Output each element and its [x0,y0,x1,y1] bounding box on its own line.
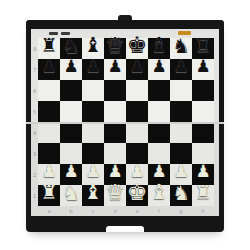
square-a3 [38,143,60,164]
square-e6 [126,80,148,101]
black-pawn-piece: ♟ [38,56,60,77]
square-g1: ♞ [170,185,192,206]
square-d7: ♟ [104,59,126,80]
file-label-g: g [170,206,192,216]
square-d1: ♛ [104,185,126,206]
file-label-c: c [82,206,104,216]
square-h6 [192,80,214,101]
square-a7: ♟ [38,59,60,80]
file-label-e: e [126,206,148,216]
square-g3 [170,143,192,164]
rank-label-8: 8 [31,38,38,59]
square-a2: ♟ [38,164,60,185]
black-king-piece: ♚ [126,35,148,56]
brand-mark-icon [49,32,70,35]
square-a4 [38,122,60,143]
black-pawn-piece: ♟ [192,56,214,77]
square-c6 [82,80,104,101]
square-f6 [148,80,170,101]
square-b3 [60,143,82,164]
black-rook-piece: ♜ [192,35,214,56]
rank-label-2: 2 [31,164,38,185]
square-g5 [170,101,192,122]
black-knight-piece: ♞ [170,35,192,56]
black-pawn-piece: ♟ [82,56,104,77]
square-h7: ♟ [192,59,214,80]
white-pawn-piece: ♟ [192,161,214,182]
black-bishop-piece: ♝ [148,35,170,56]
square-d5 [104,101,126,122]
square-g2: ♟ [170,164,192,185]
square-b2: ♟ [60,164,82,185]
white-queen-piece: ♛ [104,182,126,203]
square-c8: ♝ [82,38,104,59]
square-g4 [170,122,192,143]
square-d8: ♛ [104,38,126,59]
square-c4 [82,122,104,143]
chess-set: 87654321 ♜♞♝♛♚♝♞♜♟♟♟♟♟♟♟♟♟♟♟♟♟♟♟♟♜♞♝♛♚♝♞… [26,20,224,232]
square-h8: ♜ [192,38,214,59]
square-b6 [60,80,82,101]
white-rook-piece: ♜ [38,182,60,203]
white-pawn-piece: ♟ [104,161,126,182]
white-pawn-piece: ♟ [60,161,82,182]
square-b8: ♞ [60,38,82,59]
black-pawn-piece: ♟ [126,56,148,77]
board-face: 87654321 ♜♞♝♛♚♝♞♜♟♟♟♟♟♟♟♟♟♟♟♟♟♟♟♟♜♞♝♛♚♝♞… [26,29,224,216]
black-pawn-piece: ♟ [104,56,126,77]
rank-label-3: 3 [31,143,38,164]
square-f2: ♟ [148,164,170,185]
white-pawn-piece: ♟ [82,161,104,182]
rank-label-4: 4 [31,122,38,143]
square-a8: ♜ [38,38,60,59]
square-c1: ♝ [82,185,104,206]
square-h3 [192,143,214,164]
white-bishop-piece: ♝ [148,182,170,203]
square-h2: ♟ [192,164,214,185]
square-g6 [170,80,192,101]
square-c3 [82,143,104,164]
file-label-d: d [104,206,126,216]
square-e7: ♟ [126,59,148,80]
square-e3 [126,143,148,164]
top-border-strip [31,29,219,38]
black-bishop-piece: ♝ [82,35,104,56]
white-rook-piece: ♜ [192,182,214,203]
file-label-b: b [60,206,82,216]
black-knight-piece: ♞ [60,35,82,56]
square-e1: ♚ [126,185,148,206]
white-pawn-piece: ♟ [170,161,192,182]
square-b4 [60,122,82,143]
white-bishop-piece: ♝ [82,182,104,203]
square-d4 [104,122,126,143]
file-label-h: h [192,206,214,216]
black-rook-piece: ♜ [38,35,60,56]
square-f5 [148,101,170,122]
black-pawn-piece: ♟ [170,56,192,77]
rank-label-6: 6 [31,80,38,101]
rank-label-5: 5 [31,101,38,122]
square-f8: ♝ [148,38,170,59]
square-d6 [104,80,126,101]
square-f4 [148,122,170,143]
square-b7: ♟ [60,59,82,80]
square-e2: ♟ [126,164,148,185]
square-e5 [126,101,148,122]
board-frame-top [26,20,224,29]
white-king-piece: ♚ [126,182,148,203]
square-c2: ♟ [82,164,104,185]
white-knight-piece: ♞ [60,182,82,203]
rank-label-1: 1 [31,185,38,206]
black-pawn-piece: ♟ [60,56,82,77]
black-pawn-piece: ♟ [148,56,170,77]
square-c5 [82,101,104,122]
square-a5 [38,101,60,122]
square-a1: ♜ [38,185,60,206]
square-b1: ♞ [60,185,82,206]
square-h5 [192,101,214,122]
square-d2: ♟ [104,164,126,185]
square-b5 [60,101,82,122]
latch-notch [106,226,144,232]
white-knight-piece: ♞ [170,182,192,203]
file-label-f: f [148,206,170,216]
rank-label-7: 7 [31,59,38,80]
file-label-a: a [38,206,60,216]
square-h4 [192,122,214,143]
white-pawn-piece: ♟ [126,161,148,182]
board-frame-bottom [26,216,224,232]
square-a6 [38,80,60,101]
black-queen-piece: ♛ [104,35,126,56]
square-d3 [104,143,126,164]
gold-logo-icon [178,31,191,35]
white-pawn-piece: ♟ [38,161,60,182]
square-f1: ♝ [148,185,170,206]
square-c7: ♟ [82,59,104,80]
file-coordinates: abcdefgh [38,206,214,216]
product-photo: 87654321 ♜♞♝♛♚♝♞♜♟♟♟♟♟♟♟♟♟♟♟♟♟♟♟♟♜♞♝♛♚♝♞… [0,0,250,250]
square-e4 [126,122,148,143]
square-g8: ♞ [170,38,192,59]
white-pawn-piece: ♟ [148,161,170,182]
fold-seam [26,122,224,124]
square-g7: ♟ [170,59,192,80]
square-e8: ♚ [126,38,148,59]
square-f3 [148,143,170,164]
square-f7: ♟ [148,59,170,80]
square-h1: ♜ [192,185,214,206]
